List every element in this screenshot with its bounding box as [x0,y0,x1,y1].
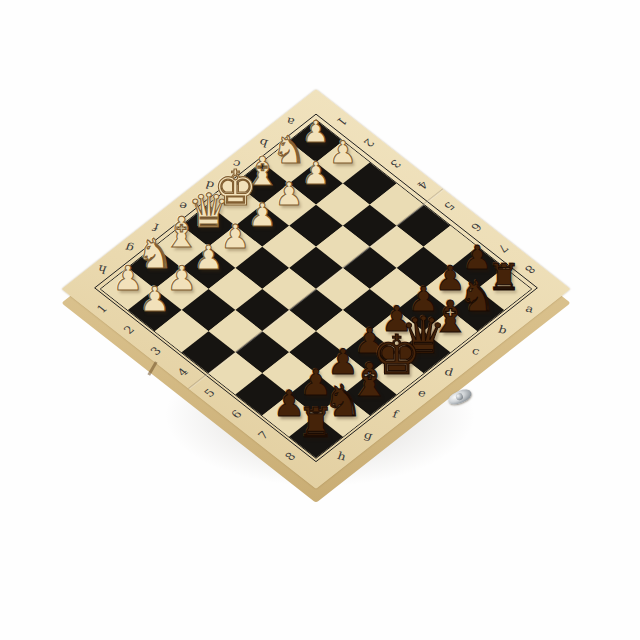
product-photo-scene: 11aa22bb33cc44dd55ee66ff77gg88hh ♟♞♟♝♟♚♟… [0,0,640,640]
